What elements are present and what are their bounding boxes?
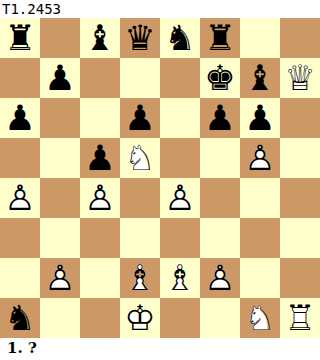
square-a8[interactable]: ♜ bbox=[0, 18, 40, 58]
square-c5[interactable]: ♟ bbox=[80, 138, 120, 178]
square-g4[interactable] bbox=[240, 178, 280, 218]
chess-puzzle-app: { "header": { "title": "T1.2453" }, "foo… bbox=[0, 0, 320, 360]
piece-glyph: ♜ bbox=[200, 18, 240, 58]
square-c3[interactable] bbox=[80, 218, 120, 258]
square-c8[interactable]: ♝ bbox=[80, 18, 120, 58]
square-d5[interactable]: ♞♘ bbox=[120, 138, 160, 178]
square-a1[interactable]: ♞ bbox=[0, 298, 40, 338]
square-b4[interactable] bbox=[40, 178, 80, 218]
square-h8[interactable] bbox=[280, 18, 320, 58]
piece-outline-layer: ♙ bbox=[160, 178, 200, 218]
chess-board: ♜♝♛♞♜♟♚♝♛♕♟♟♟♟♟♞♘♟♙♟♙♟♙♟♙♟♙♝♗♝♗♟♙♞♚♔♞♘♜♖ bbox=[0, 18, 320, 338]
piece-outline-layer: ♗ bbox=[160, 258, 200, 298]
piece-black-bishop: ♝ bbox=[240, 58, 280, 98]
square-e6[interactable] bbox=[160, 98, 200, 138]
piece-white-pawn: ♟♙ bbox=[240, 138, 280, 178]
piece-white-pawn: ♟♙ bbox=[40, 258, 80, 298]
piece-white-bishop: ♝♗ bbox=[120, 258, 160, 298]
square-a7[interactable] bbox=[0, 58, 40, 98]
square-c4[interactable]: ♟♙ bbox=[80, 178, 120, 218]
piece-glyph: ♞ bbox=[160, 18, 200, 58]
piece-glyph: ♞ bbox=[0, 298, 40, 338]
square-f8[interactable]: ♜ bbox=[200, 18, 240, 58]
square-g7[interactable]: ♝ bbox=[240, 58, 280, 98]
piece-outline-layer: ♙ bbox=[240, 138, 280, 178]
piece-white-pawn: ♟♙ bbox=[80, 178, 120, 218]
piece-glyph: ♝ bbox=[240, 58, 280, 98]
square-c6[interactable] bbox=[80, 98, 120, 138]
square-h2[interactable] bbox=[280, 258, 320, 298]
piece-outline-layer: ♙ bbox=[40, 258, 80, 298]
piece-white-pawn: ♟♙ bbox=[200, 258, 240, 298]
square-e2[interactable]: ♝♗ bbox=[160, 258, 200, 298]
square-e4[interactable]: ♟♙ bbox=[160, 178, 200, 218]
square-d6[interactable]: ♟ bbox=[120, 98, 160, 138]
piece-glyph: ♜ bbox=[0, 18, 40, 58]
piece-glyph: ♟ bbox=[240, 98, 280, 138]
piece-black-pawn: ♟ bbox=[240, 98, 280, 138]
piece-white-knight: ♞♘ bbox=[120, 138, 160, 178]
piece-outline-layer: ♙ bbox=[0, 178, 40, 218]
square-g1[interactable]: ♞♘ bbox=[240, 298, 280, 338]
title-bar: T1.2453 bbox=[0, 0, 320, 18]
square-g6[interactable]: ♟ bbox=[240, 98, 280, 138]
piece-outline-layer: ♙ bbox=[200, 258, 240, 298]
square-b3[interactable] bbox=[40, 218, 80, 258]
piece-black-pawn: ♟ bbox=[40, 58, 80, 98]
square-g3[interactable] bbox=[240, 218, 280, 258]
piece-black-rook: ♜ bbox=[0, 18, 40, 58]
piece-glyph: ♚ bbox=[200, 58, 240, 98]
square-c1[interactable] bbox=[80, 298, 120, 338]
piece-white-pawn: ♟♙ bbox=[160, 178, 200, 218]
square-e1[interactable] bbox=[160, 298, 200, 338]
square-b6[interactable] bbox=[40, 98, 80, 138]
status-bar: 1. ? bbox=[0, 338, 320, 360]
square-h1[interactable]: ♜♖ bbox=[280, 298, 320, 338]
square-e8[interactable]: ♞ bbox=[160, 18, 200, 58]
piece-outline-layer: ♔ bbox=[120, 298, 160, 338]
piece-outline-layer: ♘ bbox=[120, 138, 160, 178]
piece-black-pawn: ♟ bbox=[120, 98, 160, 138]
piece-glyph: ♟ bbox=[120, 98, 160, 138]
square-b5[interactable] bbox=[40, 138, 80, 178]
square-h7[interactable]: ♛♕ bbox=[280, 58, 320, 98]
piece-black-queen: ♛ bbox=[120, 18, 160, 58]
piece-outline-layer: ♗ bbox=[120, 258, 160, 298]
square-d7[interactable] bbox=[120, 58, 160, 98]
square-d4[interactable] bbox=[120, 178, 160, 218]
piece-black-bishop: ♝ bbox=[80, 18, 120, 58]
piece-glyph: ♛ bbox=[120, 18, 160, 58]
square-e3[interactable] bbox=[160, 218, 200, 258]
piece-glyph: ♟ bbox=[200, 98, 240, 138]
square-h4[interactable] bbox=[280, 178, 320, 218]
piece-black-pawn: ♟ bbox=[200, 98, 240, 138]
square-a4[interactable]: ♟♙ bbox=[0, 178, 40, 218]
piece-white-king: ♚♔ bbox=[120, 298, 160, 338]
square-g2[interactable] bbox=[240, 258, 280, 298]
square-b2[interactable]: ♟♙ bbox=[40, 258, 80, 298]
square-h5[interactable] bbox=[280, 138, 320, 178]
square-a6[interactable]: ♟ bbox=[0, 98, 40, 138]
square-c2[interactable] bbox=[80, 258, 120, 298]
square-d3[interactable] bbox=[120, 218, 160, 258]
move-prompt: 1. ? bbox=[7, 338, 37, 360]
piece-outline-layer: ♖ bbox=[280, 298, 320, 338]
square-g8[interactable] bbox=[240, 18, 280, 58]
square-f3[interactable] bbox=[200, 218, 240, 258]
square-f2[interactable]: ♟♙ bbox=[200, 258, 240, 298]
piece-outline-layer: ♕ bbox=[280, 58, 320, 98]
square-h3[interactable] bbox=[280, 218, 320, 258]
piece-glyph: ♟ bbox=[80, 138, 120, 178]
square-h6[interactable] bbox=[280, 98, 320, 138]
square-f1[interactable] bbox=[200, 298, 240, 338]
piece-outline-layer: ♙ bbox=[80, 178, 120, 218]
piece-black-pawn: ♟ bbox=[80, 138, 120, 178]
piece-white-knight: ♞♘ bbox=[240, 298, 280, 338]
piece-black-knight: ♞ bbox=[0, 298, 40, 338]
piece-white-bishop: ♝♗ bbox=[160, 258, 200, 298]
square-d8[interactable]: ♛ bbox=[120, 18, 160, 58]
piece-black-rook: ♜ bbox=[200, 18, 240, 58]
square-a3[interactable] bbox=[0, 218, 40, 258]
square-b8[interactable] bbox=[40, 18, 80, 58]
square-b7[interactable]: ♟ bbox=[40, 58, 80, 98]
square-a5[interactable] bbox=[0, 138, 40, 178]
square-f6[interactable]: ♟ bbox=[200, 98, 240, 138]
square-d1[interactable]: ♚♔ bbox=[120, 298, 160, 338]
piece-outline-layer: ♘ bbox=[240, 298, 280, 338]
piece-black-king: ♚ bbox=[200, 58, 240, 98]
piece-glyph: ♟ bbox=[0, 98, 40, 138]
piece-white-rook: ♜♖ bbox=[280, 298, 320, 338]
piece-black-knight: ♞ bbox=[160, 18, 200, 58]
square-d2[interactable]: ♝♗ bbox=[120, 258, 160, 298]
square-f7[interactable]: ♚ bbox=[200, 58, 240, 98]
piece-glyph: ♟ bbox=[40, 58, 80, 98]
square-b1[interactable] bbox=[40, 298, 80, 338]
square-e7[interactable] bbox=[160, 58, 200, 98]
square-e5[interactable] bbox=[160, 138, 200, 178]
square-a2[interactable] bbox=[0, 258, 40, 298]
puzzle-id: T1.2453 bbox=[2, 0, 61, 18]
piece-white-queen: ♛♕ bbox=[280, 58, 320, 98]
square-g5[interactable]: ♟♙ bbox=[240, 138, 280, 178]
piece-white-pawn: ♟♙ bbox=[0, 178, 40, 218]
square-f4[interactable] bbox=[200, 178, 240, 218]
piece-black-pawn: ♟ bbox=[0, 98, 40, 138]
piece-glyph: ♝ bbox=[80, 18, 120, 58]
square-f5[interactable] bbox=[200, 138, 240, 178]
square-c7[interactable] bbox=[80, 58, 120, 98]
